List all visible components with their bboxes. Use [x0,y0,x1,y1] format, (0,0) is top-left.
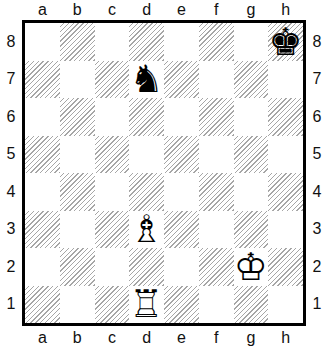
file-label-d: d [129,0,164,20]
square-a6[interactable] [25,98,60,136]
rank-label-4: 4 [0,173,22,211]
corner-spacer [306,0,328,20]
rank-label-2: 2 [0,248,22,286]
square-e3[interactable] [164,211,199,249]
square-h8[interactable]: ♚ [268,23,303,61]
square-b1[interactable] [60,286,95,324]
square-b3[interactable] [60,211,95,249]
piece-black-king: ♚ [269,23,303,61]
square-c7[interactable] [95,61,130,99]
square-e2[interactable] [164,248,199,286]
square-d8[interactable] [129,23,164,61]
rank-label-6: 6 [0,98,22,136]
rank-label-3: 3 [0,211,22,249]
file-label-h: h [268,326,303,352]
rank-labels-right: 87654321 [306,20,328,326]
square-g3[interactable] [234,211,269,249]
square-a1[interactable] [25,286,60,324]
square-g5[interactable] [234,136,269,174]
file-labels-top: abcdefgh [22,0,306,20]
file-label-a: a [25,0,60,20]
square-e8[interactable] [164,23,199,61]
square-d6[interactable] [129,98,164,136]
piece-white-king: ♔ [234,248,268,286]
square-d3[interactable]: ♗ [129,211,164,249]
piece-black-knight: ♞ [130,61,164,99]
rank-label-5: 5 [0,136,22,174]
square-h4[interactable] [268,173,303,211]
square-e5[interactable] [164,136,199,174]
square-b7[interactable] [60,61,95,99]
square-c6[interactable] [95,98,130,136]
file-label-h: h [268,0,303,20]
square-a2[interactable] [25,248,60,286]
file-label-c: c [95,326,130,352]
chess-board: ♚♞♗♔♖ [22,20,306,326]
rank-label-1: 1 [306,286,328,324]
square-b6[interactable] [60,98,95,136]
file-label-f: f [199,0,234,20]
square-g4[interactable] [234,173,269,211]
square-h3[interactable] [268,211,303,249]
file-label-e: e [164,326,199,352]
square-g6[interactable] [234,98,269,136]
file-label-c: c [95,0,130,20]
square-a4[interactable] [25,173,60,211]
rank-labels-left: 87654321 [0,20,22,326]
square-f1[interactable] [199,286,234,324]
square-c5[interactable] [95,136,130,174]
square-a5[interactable] [25,136,60,174]
rank-label-2: 2 [306,248,328,286]
piece-white-rook: ♖ [130,286,164,324]
square-c1[interactable] [95,286,130,324]
rank-label-3: 3 [306,211,328,249]
square-e6[interactable] [164,98,199,136]
square-d7[interactable]: ♞ [129,61,164,99]
square-d1[interactable]: ♖ [129,286,164,324]
piece-white-bishop: ♗ [130,211,164,249]
rank-label-7: 7 [306,61,328,99]
square-f8[interactable] [199,23,234,61]
square-f3[interactable] [199,211,234,249]
square-c8[interactable] [95,23,130,61]
corner-spacer [306,326,328,352]
file-label-b: b [60,326,95,352]
rank-label-5: 5 [306,136,328,174]
square-e1[interactable] [164,286,199,324]
square-h6[interactable] [268,98,303,136]
square-g7[interactable] [234,61,269,99]
square-f7[interactable] [199,61,234,99]
square-d2[interactable] [129,248,164,286]
square-b2[interactable] [60,248,95,286]
square-f5[interactable] [199,136,234,174]
square-h2[interactable] [268,248,303,286]
square-d5[interactable] [129,136,164,174]
file-label-g: g [234,0,269,20]
square-b4[interactable] [60,173,95,211]
square-f6[interactable] [199,98,234,136]
file-label-a: a [25,326,60,352]
square-g1[interactable] [234,286,269,324]
square-f4[interactable] [199,173,234,211]
square-b5[interactable] [60,136,95,174]
rank-label-4: 4 [306,173,328,211]
square-e7[interactable] [164,61,199,99]
square-g8[interactable] [234,23,269,61]
square-a7[interactable] [25,61,60,99]
file-label-d: d [129,326,164,352]
square-c2[interactable] [95,248,130,286]
file-label-e: e [164,0,199,20]
square-f2[interactable] [199,248,234,286]
file-labels-bottom: abcdefgh [22,326,306,352]
rank-label-8: 8 [0,23,22,61]
square-c4[interactable] [95,173,130,211]
square-e4[interactable] [164,173,199,211]
rank-label-8: 8 [306,23,328,61]
square-b8[interactable] [60,23,95,61]
square-h7[interactable] [268,61,303,99]
corner-spacer [0,0,22,20]
rank-label-1: 1 [0,286,22,324]
square-a3[interactable] [25,211,60,249]
square-h5[interactable] [268,136,303,174]
square-g2[interactable]: ♔ [234,248,269,286]
chess-diagram: abcdefgh 87654321 ♚♞♗♔♖ 87654321 abcdefg… [0,0,328,352]
corner-spacer [0,326,22,352]
rank-label-7: 7 [0,61,22,99]
file-label-b: b [60,0,95,20]
square-a8[interactable] [25,23,60,61]
square-h1[interactable] [268,286,303,324]
file-label-f: f [199,326,234,352]
rank-label-6: 6 [306,98,328,136]
square-c3[interactable] [95,211,130,249]
file-label-g: g [234,326,269,352]
square-d4[interactable] [129,173,164,211]
